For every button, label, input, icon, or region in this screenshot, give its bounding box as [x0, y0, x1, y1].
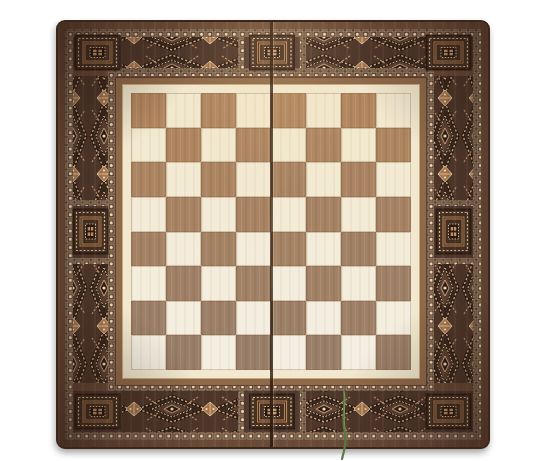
square-g1[interactable]	[341, 335, 376, 370]
square-b6[interactable]	[166, 162, 201, 197]
square-h3[interactable]	[376, 266, 411, 301]
square-e1[interactable]	[271, 335, 306, 370]
square-a1[interactable]	[131, 335, 166, 370]
square-h4[interactable]	[376, 232, 411, 267]
square-h1[interactable]	[376, 335, 411, 370]
square-g2[interactable]	[341, 301, 376, 336]
square-b1[interactable]	[166, 335, 201, 370]
square-e5[interactable]	[271, 197, 306, 232]
square-e7[interactable]	[271, 128, 306, 163]
square-f6[interactable]	[306, 162, 341, 197]
square-b2[interactable]	[166, 301, 201, 336]
square-d5[interactable]	[236, 197, 271, 232]
square-f1[interactable]	[306, 335, 341, 370]
square-e2[interactable]	[271, 301, 306, 336]
square-d1[interactable]	[236, 335, 271, 370]
photo-canvas	[0, 0, 542, 461]
square-f3[interactable]	[306, 266, 341, 301]
square-f5[interactable]	[306, 197, 341, 232]
square-e6[interactable]	[271, 162, 306, 197]
square-b5[interactable]	[166, 197, 201, 232]
square-g7[interactable]	[341, 128, 376, 163]
chess-board	[56, 20, 490, 449]
square-b4[interactable]	[166, 232, 201, 267]
square-d3[interactable]	[236, 266, 271, 301]
square-g3[interactable]	[341, 266, 376, 301]
square-f2[interactable]	[306, 301, 341, 336]
square-c1[interactable]	[201, 335, 236, 370]
square-f8[interactable]	[306, 93, 341, 128]
square-c8[interactable]	[201, 93, 236, 128]
square-a3[interactable]	[131, 266, 166, 301]
square-a4[interactable]	[131, 232, 166, 267]
square-d8[interactable]	[236, 93, 271, 128]
square-a6[interactable]	[131, 162, 166, 197]
square-h7[interactable]	[376, 128, 411, 163]
square-d6[interactable]	[236, 162, 271, 197]
square-a5[interactable]	[131, 197, 166, 232]
square-e3[interactable]	[271, 266, 306, 301]
square-a8[interactable]	[131, 93, 166, 128]
square-g4[interactable]	[341, 232, 376, 267]
square-f7[interactable]	[306, 128, 341, 163]
square-d4[interactable]	[236, 232, 271, 267]
square-c3[interactable]	[201, 266, 236, 301]
square-g8[interactable]	[341, 93, 376, 128]
square-h6[interactable]	[376, 162, 411, 197]
square-b8[interactable]	[166, 93, 201, 128]
square-c7[interactable]	[201, 128, 236, 163]
square-d2[interactable]	[236, 301, 271, 336]
square-h8[interactable]	[376, 93, 411, 128]
square-g6[interactable]	[341, 162, 376, 197]
square-c2[interactable]	[201, 301, 236, 336]
square-b3[interactable]	[166, 266, 201, 301]
playing-area-frame	[122, 84, 420, 379]
square-h2[interactable]	[376, 301, 411, 336]
square-a7[interactable]	[131, 128, 166, 163]
square-d7[interactable]	[236, 128, 271, 163]
square-e4[interactable]	[271, 232, 306, 267]
square-e8[interactable]	[271, 93, 306, 128]
square-a2[interactable]	[131, 301, 166, 336]
chess-grid	[131, 93, 411, 370]
square-c5[interactable]	[201, 197, 236, 232]
square-f4[interactable]	[306, 232, 341, 267]
square-b7[interactable]	[166, 128, 201, 163]
square-c6[interactable]	[201, 162, 236, 197]
square-g5[interactable]	[341, 197, 376, 232]
square-c4[interactable]	[201, 232, 236, 267]
square-h5[interactable]	[376, 197, 411, 232]
